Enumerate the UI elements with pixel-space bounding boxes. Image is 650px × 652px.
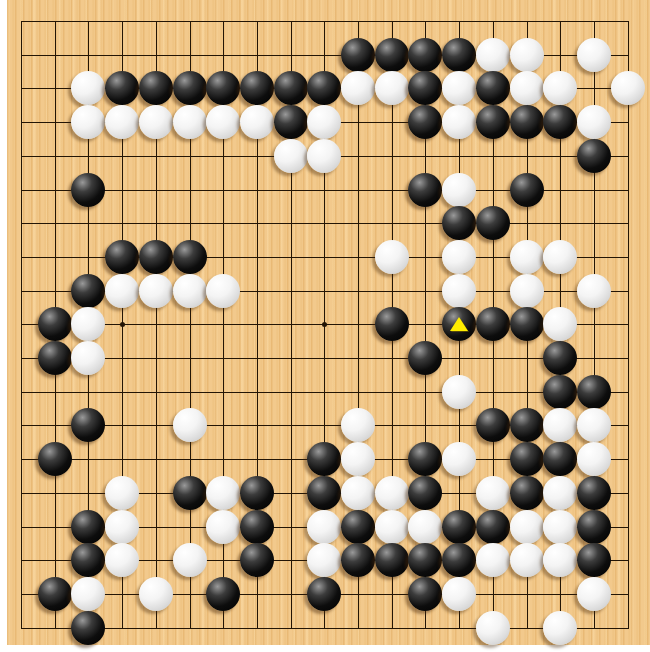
white-stone bbox=[173, 274, 207, 308]
white-stone bbox=[442, 105, 476, 139]
white-stone bbox=[375, 71, 409, 105]
white-stone bbox=[476, 611, 510, 645]
black-stone bbox=[408, 476, 442, 510]
black-stone bbox=[510, 173, 544, 207]
black-stone bbox=[408, 341, 442, 375]
black-stone bbox=[240, 510, 274, 544]
black-stone bbox=[408, 173, 442, 207]
white-stone bbox=[577, 274, 611, 308]
white-stone bbox=[543, 476, 577, 510]
star-point bbox=[322, 322, 327, 327]
black-stone bbox=[408, 442, 442, 476]
black-stone bbox=[476, 206, 510, 240]
go-board[interactable] bbox=[7, 0, 650, 645]
white-stone bbox=[71, 307, 105, 341]
black-stone bbox=[442, 543, 476, 577]
black-stone bbox=[206, 71, 240, 105]
white-stone bbox=[408, 510, 442, 544]
black-stone bbox=[510, 408, 544, 442]
white-stone bbox=[543, 71, 577, 105]
white-stone bbox=[510, 240, 544, 274]
black-stone bbox=[510, 105, 544, 139]
black-stone bbox=[38, 442, 72, 476]
black-stone bbox=[307, 442, 341, 476]
white-stone bbox=[206, 510, 240, 544]
white-stone bbox=[442, 442, 476, 476]
black-stone bbox=[577, 375, 611, 409]
black-stone bbox=[476, 71, 510, 105]
black-stone bbox=[375, 543, 409, 577]
black-stone bbox=[476, 408, 510, 442]
black-stone bbox=[543, 375, 577, 409]
white-stone bbox=[442, 71, 476, 105]
white-stone bbox=[543, 510, 577, 544]
black-stone bbox=[577, 139, 611, 173]
white-stone bbox=[543, 240, 577, 274]
black-stone bbox=[38, 307, 72, 341]
black-stone bbox=[105, 240, 139, 274]
black-stone bbox=[38, 577, 72, 611]
black-stone bbox=[442, 38, 476, 72]
black-stone bbox=[510, 476, 544, 510]
white-stone bbox=[442, 173, 476, 207]
black-stone bbox=[139, 71, 173, 105]
black-stone bbox=[476, 510, 510, 544]
black-stone bbox=[408, 543, 442, 577]
black-stone bbox=[173, 240, 207, 274]
white-stone bbox=[476, 476, 510, 510]
board-grid-line bbox=[21, 358, 629, 359]
white-stone bbox=[307, 510, 341, 544]
white-stone bbox=[375, 476, 409, 510]
black-stone bbox=[442, 206, 476, 240]
black-stone bbox=[240, 476, 274, 510]
black-stone bbox=[341, 510, 375, 544]
white-stone bbox=[442, 375, 476, 409]
black-stone bbox=[408, 577, 442, 611]
white-stone bbox=[510, 38, 544, 72]
white-stone bbox=[173, 543, 207, 577]
white-stone bbox=[510, 274, 544, 308]
black-stone bbox=[510, 442, 544, 476]
black-stone bbox=[307, 476, 341, 510]
white-stone bbox=[543, 408, 577, 442]
last-move-triangle-marker bbox=[450, 317, 468, 331]
black-stone bbox=[274, 71, 308, 105]
white-stone bbox=[173, 408, 207, 442]
black-stone bbox=[71, 611, 105, 645]
black-stone bbox=[341, 543, 375, 577]
black-stone bbox=[240, 543, 274, 577]
black-stone bbox=[105, 71, 139, 105]
white-stone bbox=[274, 139, 308, 173]
black-stone bbox=[341, 38, 375, 72]
white-stone bbox=[476, 38, 510, 72]
star-point bbox=[120, 322, 125, 327]
white-stone bbox=[577, 577, 611, 611]
white-stone bbox=[341, 442, 375, 476]
black-stone bbox=[375, 307, 409, 341]
white-stone bbox=[206, 476, 240, 510]
white-stone bbox=[71, 341, 105, 375]
black-stone bbox=[274, 105, 308, 139]
white-stone bbox=[71, 105, 105, 139]
white-stone bbox=[240, 105, 274, 139]
white-stone bbox=[375, 240, 409, 274]
black-stone bbox=[577, 543, 611, 577]
black-stone bbox=[71, 510, 105, 544]
white-stone bbox=[510, 543, 544, 577]
white-stone bbox=[476, 543, 510, 577]
white-stone bbox=[139, 274, 173, 308]
white-stone bbox=[577, 105, 611, 139]
white-stone bbox=[611, 71, 645, 105]
board-grid-line bbox=[21, 628, 629, 629]
black-stone bbox=[307, 71, 341, 105]
black-stone bbox=[71, 408, 105, 442]
white-stone bbox=[105, 105, 139, 139]
black-stone bbox=[577, 510, 611, 544]
white-stone bbox=[105, 510, 139, 544]
white-stone bbox=[442, 274, 476, 308]
white-stone bbox=[577, 38, 611, 72]
black-stone bbox=[543, 341, 577, 375]
black-stone bbox=[206, 577, 240, 611]
white-stone bbox=[71, 577, 105, 611]
black-stone bbox=[442, 510, 476, 544]
board-grid-line bbox=[21, 392, 629, 393]
black-stone bbox=[408, 38, 442, 72]
white-stone bbox=[105, 543, 139, 577]
white-stone bbox=[375, 510, 409, 544]
white-stone bbox=[139, 105, 173, 139]
white-stone bbox=[139, 577, 173, 611]
black-stone bbox=[173, 476, 207, 510]
board-grid-line bbox=[628, 21, 629, 629]
black-stone bbox=[476, 105, 510, 139]
black-stone bbox=[173, 71, 207, 105]
white-stone bbox=[543, 543, 577, 577]
white-stone bbox=[577, 442, 611, 476]
white-stone bbox=[307, 105, 341, 139]
black-stone bbox=[510, 307, 544, 341]
white-stone bbox=[442, 240, 476, 274]
white-stone bbox=[442, 577, 476, 611]
black-stone bbox=[71, 543, 105, 577]
black-stone bbox=[543, 105, 577, 139]
black-stone bbox=[38, 341, 72, 375]
white-stone bbox=[307, 543, 341, 577]
white-stone bbox=[173, 105, 207, 139]
black-stone bbox=[307, 577, 341, 611]
white-stone bbox=[543, 307, 577, 341]
black-stone bbox=[408, 71, 442, 105]
black-stone bbox=[577, 476, 611, 510]
white-stone bbox=[510, 510, 544, 544]
white-stone bbox=[71, 71, 105, 105]
white-stone bbox=[307, 139, 341, 173]
white-stone bbox=[105, 476, 139, 510]
white-stone bbox=[341, 71, 375, 105]
black-stone bbox=[476, 307, 510, 341]
black-stone bbox=[543, 442, 577, 476]
black-stone bbox=[240, 71, 274, 105]
white-stone bbox=[341, 476, 375, 510]
go-app-window: { "game": "go", "board": { "size": 19, "… bbox=[0, 0, 650, 652]
white-stone bbox=[206, 105, 240, 139]
black-stone bbox=[408, 105, 442, 139]
white-stone bbox=[577, 408, 611, 442]
white-stone bbox=[543, 611, 577, 645]
white-stone bbox=[341, 408, 375, 442]
black-stone bbox=[71, 274, 105, 308]
white-stone bbox=[510, 71, 544, 105]
black-stone bbox=[139, 240, 173, 274]
black-stone bbox=[71, 173, 105, 207]
white-stone bbox=[206, 274, 240, 308]
black-stone bbox=[375, 38, 409, 72]
white-stone bbox=[105, 274, 139, 308]
